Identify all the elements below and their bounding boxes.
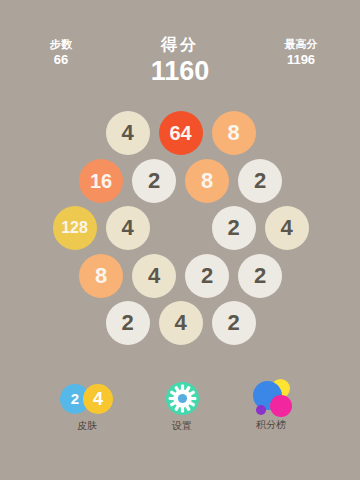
settings-button[interactable]: 设置 [157,382,207,432]
skin-button-label: 皮肤 [56,420,118,432]
gear-icon [166,382,199,415]
leaderboard-icon-magenta-circle [270,395,292,417]
skin-icon: 2 4 [56,384,118,414]
leaderboard-icon [245,378,297,415]
tile-r1-c1-value-4[interactable]: 4 [106,111,150,155]
skin-icon-circle-4: 4 [83,384,113,414]
tile-r5-c1-value-2[interactable]: 2 [106,301,150,345]
settings-button-label: 设置 [157,420,207,432]
tile-r2-c2-value-2[interactable]: 2 [132,159,176,203]
tile-r2-c4-value-2[interactable]: 2 [238,159,282,203]
tile-r4-c1-value-8[interactable]: 8 [79,254,123,298]
tile-r5-c2-value-4[interactable]: 4 [159,301,203,345]
tile-r2-c3-value-8[interactable]: 8 [185,159,229,203]
skin-button[interactable]: 2 4 皮肤 [56,384,118,432]
tile-r2-c1-value-16[interactable]: 16 [79,159,123,203]
tile-r3-c2-value-4[interactable]: 4 [106,206,150,250]
tile-r1-c3-value-8[interactable]: 8 [212,111,256,155]
leaderboard-button[interactable]: 积分榜 [245,378,297,431]
tile-r5-c3-value-2[interactable]: 2 [212,301,256,345]
leaderboard-icon-purple-circle [256,405,266,415]
tile-r4-c4-value-2[interactable]: 2 [238,254,282,298]
tile-r3-c4-value-2[interactable]: 2 [212,206,256,250]
tile-r4-c2-value-4[interactable]: 4 [132,254,176,298]
game-screen: 步数 66 得分 1160 最高分 1196 46481628212842484… [0,0,360,480]
tile-r3-c5-value-4[interactable]: 4 [265,206,309,250]
tile-r3-c1-value-128[interactable]: 128 [53,206,97,250]
leaderboard-button-label: 积分榜 [245,419,297,431]
tile-r4-c3-value-2[interactable]: 2 [185,254,229,298]
tile-r1-c2-value-64[interactable]: 64 [159,111,203,155]
